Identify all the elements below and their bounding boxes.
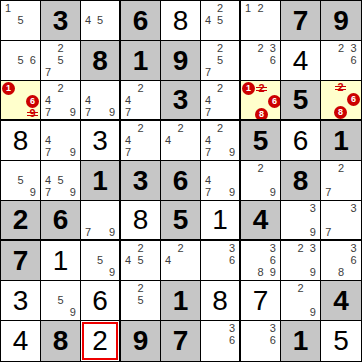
cell-r4c8[interactable]: 6: [281, 121, 321, 161]
cell-r6c4[interactable]: 8: [121, 201, 161, 241]
candidate-7: 7: [42, 187, 54, 199]
empty-candidate-slot: [242, 242, 254, 254]
empty-candidate-slot: [106, 254, 118, 266]
candidate-9: 9: [67, 187, 79, 199]
empty-candidate-slot: [307, 254, 319, 266]
candidate-7: 7: [42, 67, 54, 79]
empty-candidate-slot: 6: [268, 95, 281, 108]
given-digit: 7: [13, 247, 29, 275]
empty-candidate-slot: [82, 202, 94, 214]
empty-candidate-slot: [94, 27, 106, 39]
cell-r7c5[interactable]: 24: [161, 241, 201, 281]
candidate-1: 1: [2, 2, 14, 14]
empty-candidate-slot: [226, 82, 238, 94]
cell-r4c6[interactable]: 2479: [201, 121, 241, 161]
cell-r8c2[interactable]: 59: [41, 281, 81, 321]
candidate-5: 5: [94, 14, 106, 26]
empty-candidate-slot: [242, 42, 254, 54]
empty-candidate-slot: [267, 174, 279, 186]
empty-candidate-slot: [255, 95, 268, 108]
user-digit: 6: [92, 287, 108, 315]
empty-candidate-slot: [26, 82, 39, 95]
empty-candidate-slot: [202, 254, 214, 266]
empty-candidate-slot: [2, 27, 14, 39]
empty-candidate-slot: 2: [255, 82, 268, 95]
candidate-5: 5: [54, 174, 66, 186]
user-digit: 3: [92, 127, 108, 155]
empty-candidate-slot: [242, 108, 255, 121]
empty-candidate-slot: [54, 187, 66, 199]
cell-r6c5[interactable]: 5: [161, 201, 201, 241]
empty-candidate-slot: [122, 82, 134, 94]
empty-candidate-slot: [268, 108, 281, 121]
pencil-mark-grid: 29: [282, 282, 319, 319]
given-digit: 9: [333, 7, 349, 35]
candidate-4: 4: [82, 14, 94, 26]
empty-candidate-slot: [147, 254, 159, 266]
pencil-mark-grid: 39: [282, 202, 319, 238]
empty-candidate-slot: [27, 14, 39, 26]
empty-candidate-slot: [82, 267, 94, 279]
cell-r9c6[interactable]: 36: [201, 321, 241, 361]
candidate-2: 2: [214, 82, 226, 94]
cell-r5c9[interactable]: 27: [321, 161, 361, 201]
pencil-mark-grid: 169: [2, 82, 39, 118]
candidate-4: 4: [202, 14, 214, 26]
candidate-2: 2: [214, 42, 226, 54]
user-digit: 8: [133, 206, 149, 234]
empty-candidate-slot: [226, 174, 238, 186]
empty-candidate-slot: [187, 147, 199, 159]
empty-candidate-slot: [42, 162, 54, 174]
candidate-7: 7: [82, 226, 94, 238]
candidate-2: 2: [335, 42, 348, 54]
empty-candidate-slot: [335, 202, 348, 214]
empty-candidate-slot: [82, 242, 94, 254]
cell-r2c2[interactable]: 257: [41, 41, 81, 81]
pencil-mark-grid: 257: [202, 42, 238, 79]
cell-r4c3[interactable]: 3: [81, 121, 121, 161]
pencil-mark-grid: 245: [122, 242, 159, 279]
empty-candidate-slot: [307, 214, 319, 226]
cell-r3c4[interactable]: 247: [121, 81, 161, 121]
cell-r1c8[interactable]: 7: [281, 1, 321, 41]
sudoku-board: 1534568245127956257819257236423616924794…: [0, 0, 362, 362]
hint-circled-candidate-6: 6: [268, 95, 281, 108]
empty-candidate-slot: [2, 14, 14, 26]
candidate-4: 4: [122, 254, 134, 266]
candidate-1: 1: [242, 2, 254, 14]
empty-candidate-slot: [187, 254, 199, 266]
empty-candidate-slot: [214, 162, 226, 174]
empty-candidate-slot: [174, 254, 186, 266]
cell-r6c8[interactable]: 39: [281, 201, 321, 241]
cell-r6c3[interactable]: 79: [81, 201, 121, 241]
cell-r1c1[interactable]: 15: [1, 1, 41, 41]
empty-candidate-slot: [82, 27, 94, 39]
cell-r1c7[interactable]: 12: [241, 1, 281, 41]
cell-r8c5[interactable]: 1: [161, 281, 201, 321]
empty-candidate-slot: [187, 134, 199, 146]
candidate-4: 4: [42, 94, 54, 106]
empty-candidate-slot: [94, 214, 106, 226]
cell-r4c2[interactable]: 479: [41, 121, 81, 161]
pencil-mark-grid: 247: [202, 82, 238, 118]
empty-candidate-slot: [282, 254, 294, 266]
candidate-3: 3: [307, 242, 319, 254]
cell-r2c6[interactable]: 257: [201, 41, 241, 81]
cell-r3c5[interactable]: 3: [161, 81, 201, 121]
cell-r7c6[interactable]: 36: [201, 241, 241, 281]
empty-candidate-slot: [242, 14, 254, 26]
cell-r6c1[interactable]: 2: [1, 201, 41, 241]
user-digit: 6: [293, 127, 309, 155]
cell-r7c9[interactable]: 368: [321, 241, 361, 281]
empty-candidate-slot: [226, 106, 238, 118]
empty-candidate-slot: [134, 106, 146, 118]
cell-r1c2[interactable]: 3: [41, 1, 81, 41]
user-digit: 8: [173, 7, 189, 35]
empty-candidate-slot: [14, 187, 26, 199]
candidate-9: 9: [106, 106, 118, 118]
pencil-mark-grid: 368: [322, 242, 360, 279]
pencil-mark-grid: 59: [2, 162, 39, 199]
empty-candidate-slot: [202, 82, 214, 94]
empty-candidate-slot: 8: [334, 106, 347, 119]
candidate-2: 2: [335, 162, 348, 174]
candidate-6: 6: [267, 335, 279, 348]
empty-candidate-slot: [347, 214, 360, 226]
candidate-7: 7: [202, 67, 214, 79]
cell-r3c1[interactable]: 169: [1, 81, 41, 121]
pencil-mark-grid: 25: [122, 282, 159, 319]
empty-candidate-slot: [27, 174, 39, 186]
empty-candidate-slot: [202, 2, 214, 14]
cell-r6c7[interactable]: 4: [241, 201, 281, 241]
given-digit: 8: [53, 327, 69, 355]
empty-candidate-slot: [242, 187, 254, 199]
empty-candidate-slot: [67, 122, 79, 134]
empty-candidate-slot: [214, 254, 226, 266]
cell-r2c1[interactable]: 56: [1, 41, 41, 81]
empty-candidate-slot: [42, 42, 54, 54]
cell-r5c1[interactable]: 59: [1, 161, 41, 201]
empty-candidate-slot: [134, 147, 146, 159]
cell-r2c5[interactable]: 9: [161, 41, 201, 81]
empty-candidate-slot: [347, 82, 360, 93]
cell-r8c3[interactable]: 6: [81, 281, 121, 321]
cell-r6c9[interactable]: 37: [321, 201, 361, 241]
cell-r5c8[interactable]: 8: [281, 161, 321, 201]
empty-candidate-slot: [14, 162, 26, 174]
cell-r8c4[interactable]: 25: [121, 281, 161, 321]
cell-r7c8[interactable]: 239: [281, 241, 321, 281]
empty-candidate-slot: [2, 95, 15, 108]
candidate-9: 9: [67, 106, 79, 118]
cell-r9c5[interactable]: 7: [161, 321, 201, 361]
candidate-9: 9: [67, 147, 79, 159]
empty-candidate-slot: [242, 254, 254, 266]
cell-r3c9[interactable]: 268: [321, 81, 361, 121]
pencil-mark-grid: 24: [162, 122, 199, 159]
empty-candidate-slot: [202, 42, 214, 54]
candidate-2: 2: [214, 2, 226, 14]
cell-r9c8[interactable]: 1: [281, 321, 321, 361]
empty-candidate-slot: [54, 94, 66, 106]
cell-r9c1[interactable]: 4: [1, 321, 41, 361]
user-digit: 4: [13, 327, 29, 355]
cell-r5c7[interactable]: 29: [241, 161, 281, 201]
cell-r8c7[interactable]: 7: [241, 281, 281, 321]
empty-candidate-slot: [226, 134, 238, 146]
empty-candidate-slot: [147, 282, 159, 294]
cell-r3c8[interactable]: 5: [281, 81, 321, 121]
candidate-7: 7: [202, 147, 214, 159]
cell-r5c6[interactable]: 479: [201, 161, 241, 201]
empty-candidate-slot: [202, 122, 214, 134]
empty-candidate-slot: [322, 42, 335, 54]
empty-candidate-slot: [267, 14, 279, 26]
cell-r8c8[interactable]: 29: [281, 281, 321, 321]
empty-candidate-slot: [307, 282, 319, 294]
cell-r9c7[interactable]: 36: [241, 321, 281, 361]
candidate-7: 7: [122, 106, 134, 118]
candidate-4: 4: [162, 134, 174, 146]
cell-r8c9[interactable]: 4: [321, 281, 361, 321]
pencil-mark-grid: 24: [162, 242, 199, 279]
empty-candidate-slot: [226, 347, 238, 360]
user-digit: 8: [212, 287, 228, 315]
empty-candidate-slot: [242, 162, 254, 174]
cell-r1c6[interactable]: 245: [201, 1, 241, 41]
empty-candidate-slot: [254, 54, 266, 66]
candidate-3: 3: [267, 242, 279, 254]
cell-r4c1[interactable]: 8: [1, 121, 41, 161]
empty-candidate-slot: [294, 202, 306, 214]
pencil-mark-grid: 479: [202, 162, 238, 199]
empty-candidate-slot: [322, 242, 335, 254]
empty-candidate-slot: [2, 108, 15, 119]
empty-candidate-slot: [14, 2, 26, 14]
pencil-mark-grid: 479: [82, 82, 118, 118]
candidate-9: 9: [106, 226, 118, 238]
cell-r7c3[interactable]: 59: [81, 241, 121, 281]
candidate-4: 4: [42, 174, 54, 186]
candidate-7: 7: [42, 106, 54, 118]
empty-candidate-slot: [2, 42, 14, 54]
cell-r1c5[interactable]: 8: [161, 1, 201, 41]
empty-candidate-slot: [147, 122, 159, 134]
empty-candidate-slot: [282, 242, 294, 254]
user-digit: 7: [253, 287, 269, 315]
empty-candidate-slot: [106, 94, 118, 106]
empty-candidate-slot: [242, 67, 254, 79]
empty-candidate-slot: [94, 106, 106, 118]
candidate-2: 2: [54, 82, 66, 94]
empty-candidate-slot: [187, 267, 199, 279]
empty-candidate-slot: [27, 27, 39, 39]
candidate-2: 2: [134, 122, 146, 134]
empty-candidate-slot: [214, 174, 226, 186]
empty-candidate-slot: [2, 54, 14, 66]
empty-candidate-slot: [214, 242, 226, 254]
cell-r5c5[interactable]: 6: [161, 161, 201, 201]
cell-r4c7[interactable]: 5: [241, 121, 281, 161]
empty-candidate-slot: [134, 94, 146, 106]
empty-candidate-slot: [134, 307, 146, 319]
empty-candidate-slot: [174, 134, 186, 146]
cell-r3c2[interactable]: 2479: [41, 81, 81, 121]
empty-candidate-slot: [335, 242, 348, 254]
candidate-8: 8: [335, 267, 348, 279]
candidate-7: 7: [122, 147, 134, 159]
cell-r2c8[interactable]: 4: [281, 41, 321, 81]
empty-candidate-slot: [254, 27, 266, 39]
cell-r2c4[interactable]: 1: [121, 41, 161, 81]
candidate-4: 4: [202, 134, 214, 146]
cell-r1c9[interactable]: 9: [321, 1, 361, 41]
cell-r9c2[interactable]: 8: [41, 321, 81, 361]
cell-r9c4[interactable]: 9: [121, 321, 161, 361]
pencil-mark-grid: 29: [242, 162, 279, 199]
cell-r2c9[interactable]: 236: [321, 41, 361, 81]
empty-candidate-slot: [242, 347, 254, 360]
user-digit: 8: [13, 127, 29, 155]
cell-r4c4[interactable]: 247: [121, 121, 161, 161]
pencil-mark-grid: 36: [202, 242, 238, 279]
candidate-5: 5: [14, 54, 26, 66]
empty-candidate-slot: [94, 226, 106, 238]
given-digit: 4: [253, 206, 269, 234]
empty-candidate-slot: [335, 254, 348, 266]
pencil-mark-grid: 236: [322, 42, 360, 79]
empty-candidate-slot: [226, 42, 238, 54]
empty-candidate-slot: [162, 122, 174, 134]
given-digit: 3: [53, 7, 69, 35]
cell-r6c6[interactable]: 1: [201, 201, 241, 241]
empty-candidate-slot: [214, 94, 226, 106]
empty-candidate-slot: [202, 162, 214, 174]
empty-candidate-slot: [335, 67, 348, 79]
empty-candidate-slot: [94, 267, 106, 279]
candidate-3: 3: [267, 322, 279, 335]
cell-r5c3[interactable]: 1: [81, 161, 121, 201]
cell-r1c3[interactable]: 45: [81, 1, 121, 41]
candidate-6: 6: [267, 54, 279, 66]
empty-candidate-slot: [54, 134, 66, 146]
empty-candidate-slot: [254, 335, 266, 348]
hint-eliminated-candidate-2: 2: [337, 82, 343, 93]
given-digit: 6: [53, 206, 69, 234]
empty-candidate-slot: [54, 147, 66, 159]
empty-candidate-slot: [347, 67, 360, 79]
cell-r3c7[interactable]: 1268: [241, 81, 281, 121]
pencil-mark-grid: 56: [2, 42, 39, 79]
cell-r2c3[interactable]: 8: [81, 41, 121, 81]
empty-candidate-slot: [42, 54, 54, 66]
cell-r7c7[interactable]: 3689: [241, 241, 281, 281]
pencil-mark-grid: 45: [82, 2, 118, 39]
empty-candidate-slot: [42, 122, 54, 134]
cell-r5c4[interactable]: 3: [121, 161, 161, 201]
empty-candidate-slot: [174, 267, 186, 279]
empty-candidate-slot: [282, 267, 294, 279]
empty-candidate-slot: [94, 242, 106, 254]
empty-candidate-slot: [322, 93, 334, 106]
empty-candidate-slot: [106, 202, 118, 214]
empty-candidate-slot: [202, 335, 214, 348]
empty-candidate-slot: [162, 242, 174, 254]
empty-candidate-slot: [347, 174, 360, 186]
empty-candidate-slot: [254, 242, 266, 254]
empty-candidate-slot: [226, 122, 238, 134]
candidate-5: 5: [54, 294, 66, 306]
cell-r4c5[interactable]: 24: [161, 121, 201, 161]
cell-r7c4[interactable]: 245: [121, 241, 161, 281]
empty-candidate-slot: [322, 106, 334, 119]
empty-candidate-slot: [282, 282, 294, 294]
empty-candidate-slot: [242, 174, 254, 186]
cell-r5c2[interactable]: 4579: [41, 161, 81, 201]
empty-candidate-slot: [162, 147, 174, 159]
candidate-4: 4: [162, 254, 174, 266]
cell-r7c1[interactable]: 7: [1, 241, 41, 281]
pencil-mark-grid: 247: [122, 82, 159, 118]
cell-r8c6[interactable]: 8: [201, 281, 241, 321]
empty-candidate-slot: [2, 67, 14, 79]
empty-candidate-slot: [322, 162, 335, 174]
empty-candidate-slot: [202, 54, 214, 66]
candidate-2: 2: [254, 42, 266, 54]
cell-r3c3[interactable]: 479: [81, 81, 121, 121]
cell-r3c6[interactable]: 247: [201, 81, 241, 121]
empty-candidate-slot: [82, 82, 94, 94]
empty-candidate-slot: [214, 67, 226, 79]
empty-candidate-slot: [106, 214, 118, 226]
empty-candidate-slot: 6: [347, 93, 360, 106]
cell-r9c3[interactable]: 2: [81, 321, 121, 361]
candidate-5: 5: [14, 174, 26, 186]
empty-candidate-slot: [254, 67, 266, 79]
empty-candidate-slot: [322, 82, 334, 93]
cell-r6c2[interactable]: 6: [41, 201, 81, 241]
empty-candidate-slot: [106, 82, 118, 94]
cell-r7c2[interactable]: 1: [41, 241, 81, 281]
empty-candidate-slot: [67, 162, 79, 174]
cell-r9c9[interactable]: 5: [321, 321, 361, 361]
candidate-6: 6: [267, 254, 279, 266]
candidate-9: 9: [267, 187, 279, 199]
empty-candidate-slot: [214, 322, 226, 335]
empty-candidate-slot: [267, 27, 279, 39]
empty-candidate-slot: [254, 187, 266, 199]
cell-r1c4[interactable]: 6: [121, 1, 161, 41]
candidate-2: 2: [174, 242, 186, 254]
candidate-2: 2: [174, 122, 186, 134]
pencil-mark-grid: 245: [202, 2, 238, 39]
empty-candidate-slot: [147, 294, 159, 306]
user-digit: 1: [53, 247, 69, 275]
given-digit: 3: [173, 86, 189, 114]
cell-r2c7[interactable]: 236: [241, 41, 281, 81]
empty-candidate-slot: [67, 294, 79, 306]
empty-candidate-slot: [94, 94, 106, 106]
hint-circled-candidate-8: 8: [255, 108, 268, 121]
cell-r8c1[interactable]: 3: [1, 281, 41, 321]
empty-candidate-slot: [82, 254, 94, 266]
cell-r4c9[interactable]: 1: [321, 121, 361, 161]
empty-candidate-slot: [67, 282, 79, 294]
